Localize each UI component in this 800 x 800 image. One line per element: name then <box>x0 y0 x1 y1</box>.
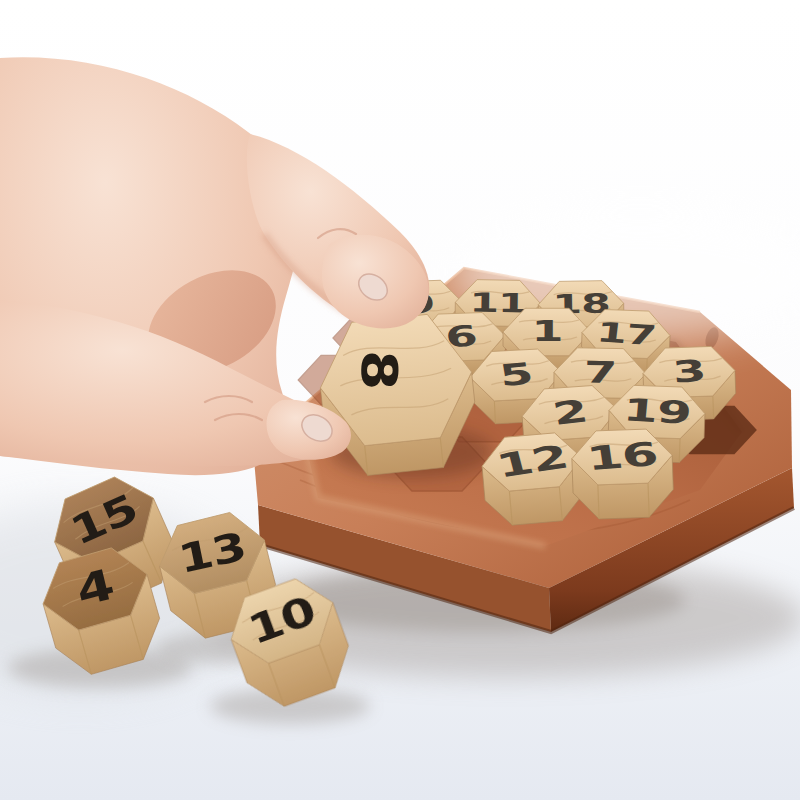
svg-text:5: 5 <box>497 356 535 393</box>
svg-text:1: 1 <box>531 314 562 348</box>
svg-text:17: 17 <box>595 316 658 352</box>
svg-text:19: 19 <box>622 391 693 431</box>
board-tile-16[interactable]: 16 <box>571 428 674 520</box>
puzzle-photo: 9 11 18 6 1 17 5 7 3 2 19 12 16 8 <box>0 0 800 800</box>
svg-text:2: 2 <box>550 392 590 432</box>
svg-text:7: 7 <box>584 355 617 390</box>
svg-text:16: 16 <box>584 435 660 478</box>
svg-text:8: 8 <box>350 350 408 390</box>
photo-scene: 9 11 18 6 1 17 5 7 3 2 19 12 16 8 <box>0 0 800 800</box>
svg-text:3: 3 <box>671 353 707 389</box>
